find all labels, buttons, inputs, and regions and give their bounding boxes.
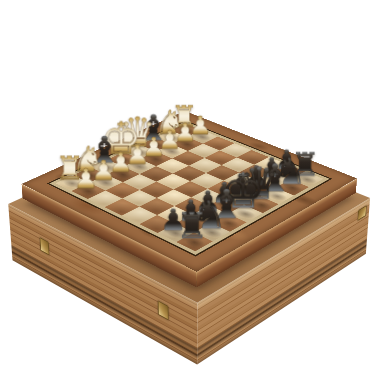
photo-stage: ♜♞♝♛♚♝♞♜♟♟♟♟♟♟♟♟♟♟♟♟♟♟♟♟♜♞♝♛♚♝♞♜ <box>0 0 380 380</box>
brass-ornament-icon <box>158 300 169 320</box>
brass-ornament-icon <box>40 237 50 255</box>
brass-hinge-icon <box>357 205 366 221</box>
chess-case-assembly: ♜♞♝♛♚♝♞♜♟♟♟♟♟♟♟♟♟♟♟♟♟♟♟♟♜♞♝♛♚♝♞♜ <box>13 175 366 365</box>
